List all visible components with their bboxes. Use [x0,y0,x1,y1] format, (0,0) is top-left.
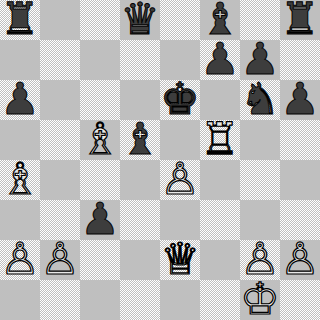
square-a4[interactable]: ♗ [0,160,40,200]
square-g1[interactable]: ♔ [240,280,280,320]
square-a2[interactable]: ♙ [0,240,40,280]
square-f1[interactable] [200,280,240,320]
square-e8[interactable] [160,0,200,40]
square-b7[interactable] [40,40,80,80]
piece-white-rook: ♖ [200,117,239,161]
piece-white-pawn: ♙ [280,237,319,281]
piece-white-bishop: ♗ [80,117,119,161]
piece-black-pawn: ♟ [80,197,119,241]
square-f7[interactable]: ♟ [200,40,240,80]
piece-black-rook: ♜ [0,0,39,41]
square-g5[interactable] [240,120,280,160]
square-e6[interactable]: ♚ [160,80,200,120]
piece-white-pawn: ♙ [40,237,79,281]
piece-black-queen: ♛ [120,0,159,41]
square-b4[interactable] [40,160,80,200]
square-b2[interactable]: ♙ [40,240,80,280]
square-d3[interactable] [120,200,160,240]
piece-white-pawn: ♙ [160,157,199,201]
piece-white-king: ♔ [240,277,279,320]
square-b6[interactable] [40,80,80,120]
square-c5[interactable]: ♗ [80,120,120,160]
square-a8[interactable]: ♜ [0,0,40,40]
square-c1[interactable] [80,280,120,320]
square-h5[interactable] [280,120,320,160]
square-f2[interactable] [200,240,240,280]
square-a1[interactable] [0,280,40,320]
square-f3[interactable] [200,200,240,240]
square-f5[interactable]: ♖ [200,120,240,160]
square-d1[interactable] [120,280,160,320]
piece-black-pawn: ♟ [200,37,239,81]
piece-black-pawn: ♟ [280,77,319,121]
piece-black-bishop: ♝ [120,117,159,161]
square-e1[interactable] [160,280,200,320]
square-g4[interactable] [240,160,280,200]
square-c2[interactable] [80,240,120,280]
square-h2[interactable]: ♙ [280,240,320,280]
piece-black-knight: ♞ [240,77,279,121]
square-d8[interactable]: ♛ [120,0,160,40]
square-h8[interactable]: ♜ [280,0,320,40]
square-c8[interactable] [80,0,120,40]
square-b8[interactable] [40,0,80,40]
square-c7[interactable] [80,40,120,80]
square-d5[interactable]: ♝ [120,120,160,160]
chess-board: ♜♛♝♜♟♟♟♚♞♟♗♝♖♗♙♟♙♙♕♙♙♔ [0,0,320,320]
square-d7[interactable] [120,40,160,80]
square-h1[interactable] [280,280,320,320]
square-a6[interactable]: ♟ [0,80,40,120]
square-g6[interactable]: ♞ [240,80,280,120]
square-d2[interactable] [120,240,160,280]
piece-white-queen: ♕ [160,237,199,281]
square-e4[interactable]: ♙ [160,160,200,200]
square-f4[interactable] [200,160,240,200]
piece-black-pawn: ♟ [0,77,39,121]
square-h6[interactable]: ♟ [280,80,320,120]
piece-white-bishop: ♗ [0,157,39,201]
piece-black-king: ♚ [160,77,199,121]
square-b1[interactable] [40,280,80,320]
square-h4[interactable] [280,160,320,200]
square-b5[interactable] [40,120,80,160]
square-c3[interactable]: ♟ [80,200,120,240]
square-d4[interactable] [120,160,160,200]
piece-black-rook: ♜ [280,0,319,41]
square-e2[interactable]: ♕ [160,240,200,280]
piece-white-pawn: ♙ [0,237,39,281]
